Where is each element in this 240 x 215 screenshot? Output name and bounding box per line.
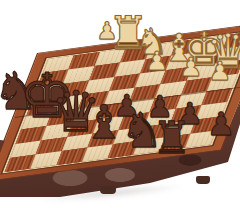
board-square [185, 130, 216, 148]
board-foot [196, 176, 210, 184]
board-foot [100, 186, 116, 194]
white-pawn: ♟ [96, 19, 118, 43]
chess-set-photo: ♟♜♞♝♚♟♛♟♟♞♟♟♚♟♛♟♝♞♜ [0, 0, 240, 215]
